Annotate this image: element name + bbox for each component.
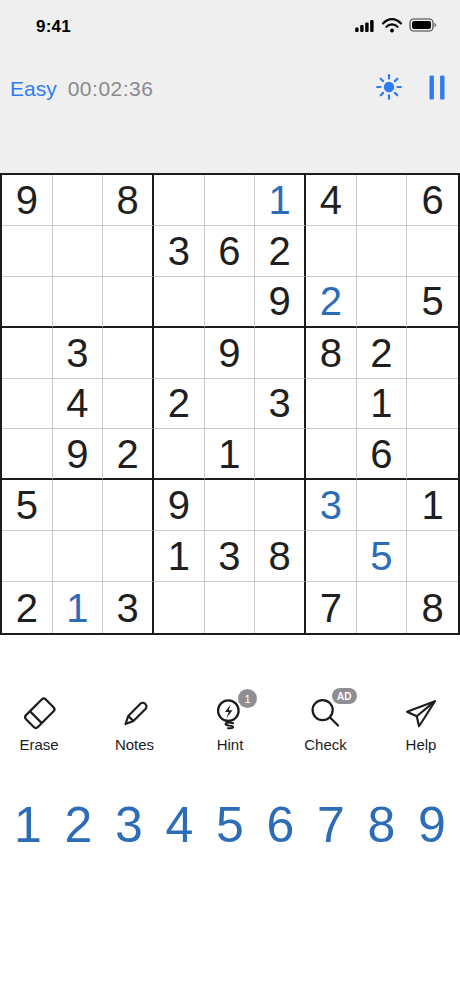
pencil-icon [115, 694, 155, 734]
sudoku-cell-r6c5[interactable]: 1 [205, 429, 256, 480]
sudoku-cell-r9c7[interactable]: 7 [306, 582, 357, 633]
check-ad-badge: AD [332, 688, 356, 704]
sudoku-cell-r3c8[interactable] [357, 277, 408, 328]
sudoku-cell-r3c4[interactable] [154, 277, 205, 328]
brightness-button[interactable] [375, 73, 403, 105]
sudoku-cell-r4c5[interactable]: 9 [205, 328, 256, 379]
tool-label: Check [304, 736, 347, 753]
sudoku-cell-r9c1[interactable]: 2 [2, 582, 53, 633]
sudoku-cell-r3c5[interactable] [205, 277, 256, 328]
sudoku-cell-r7c8[interactable] [357, 480, 408, 531]
sudoku-cell-r1c4[interactable] [154, 175, 205, 226]
sudoku-cell-r2c7[interactable] [306, 226, 357, 277]
sudoku-cell-r4c7[interactable]: 8 [306, 328, 357, 379]
numpad-1[interactable]: 1 [8, 795, 48, 855]
sudoku-cell-r3c1[interactable] [2, 277, 53, 328]
sudoku-cell-r9c9[interactable]: 8 [407, 582, 458, 633]
battery-icon [409, 18, 437, 36]
sudoku-cell-r7c3[interactable] [103, 480, 154, 531]
sudoku-board: 981463629253982423192165931138521378 [0, 173, 460, 635]
erase-button[interactable]: Erase [8, 694, 70, 753]
sudoku-cell-r4c6[interactable] [255, 328, 306, 379]
sudoku-cell-r2c5[interactable]: 6 [205, 226, 256, 277]
check-button[interactable]: AD Check [295, 694, 357, 753]
sudoku-cell-r1c7[interactable]: 4 [306, 175, 357, 226]
hint-button[interactable]: 1 Hint [199, 694, 261, 753]
sudoku-cell-r4c1[interactable] [2, 328, 53, 379]
help-button[interactable]: Help [390, 694, 452, 753]
sudoku-cell-r6c6[interactable] [255, 429, 306, 480]
sudoku-cell-r6c7[interactable] [306, 429, 357, 480]
sudoku-cell-r5c4[interactable]: 2 [154, 379, 205, 430]
sudoku-cell-r5c6[interactable]: 3 [255, 379, 306, 430]
sudoku-cell-r3c9[interactable]: 5 [407, 277, 458, 328]
sudoku-cell-r2c2[interactable] [53, 226, 104, 277]
sudoku-cell-r9c6[interactable] [255, 582, 306, 633]
sudoku-cell-r8c7[interactable] [306, 531, 357, 582]
tool-label: Hint [217, 736, 244, 753]
sudoku-cell-r5c2[interactable]: 4 [53, 379, 104, 430]
sudoku-app-screen: 9:41 [0, 0, 460, 996]
sudoku-cell-r6c9[interactable] [407, 429, 458, 480]
numpad-9[interactable]: 9 [412, 795, 452, 855]
sudoku-cell-r4c9[interactable] [407, 328, 458, 379]
sudoku-cell-r3c7[interactable]: 2 [306, 277, 357, 328]
sudoku-cell-r6c2[interactable]: 9 [53, 429, 104, 480]
sudoku-cell-r1c8[interactable] [357, 175, 408, 226]
numpad-7[interactable]: 7 [311, 795, 351, 855]
sudoku-cell-r1c9[interactable]: 6 [407, 175, 458, 226]
sudoku-cell-r6c8[interactable]: 6 [357, 429, 408, 480]
tool-label: Notes [115, 736, 154, 753]
sudoku-cell-r2c9[interactable] [407, 226, 458, 277]
sudoku-cell-r7c2[interactable] [53, 480, 104, 531]
status-bar: 9:41 [0, 0, 460, 44]
sudoku-cell-r8c8[interactable]: 5 [357, 531, 408, 582]
pause-button[interactable] [428, 74, 446, 105]
numpad-4[interactable]: 4 [160, 795, 200, 855]
sudoku-cell-r1c6[interactable]: 1 [255, 175, 306, 226]
sudoku-cell-r2c8[interactable] [357, 226, 408, 277]
numpad-2[interactable]: 2 [59, 795, 99, 855]
sudoku-cell-r2c3[interactable] [103, 226, 154, 277]
magnifier-icon: AD [306, 694, 346, 734]
numpad-5[interactable]: 5 [210, 795, 250, 855]
timer: 00:02:36 [68, 77, 154, 101]
cellular-signal-icon [355, 18, 375, 36]
sudoku-cell-r3c2[interactable] [53, 277, 104, 328]
sudoku-cell-r5c9[interactable] [407, 379, 458, 430]
sudoku-cell-r7c7[interactable]: 3 [306, 480, 357, 531]
notes-button[interactable]: Notes [104, 694, 166, 753]
sudoku-cell-r7c5[interactable] [205, 480, 256, 531]
sudoku-cell-r8c2[interactable] [53, 531, 104, 582]
sudoku-cell-r7c1[interactable]: 5 [2, 480, 53, 531]
tool-label: Erase [19, 736, 58, 753]
wifi-icon [381, 17, 403, 37]
sudoku-cell-r2c1[interactable] [2, 226, 53, 277]
eraser-icon [19, 694, 59, 734]
sudoku-cell-r8c6[interactable]: 8 [255, 531, 306, 582]
sudoku-cell-r3c3[interactable] [103, 277, 154, 328]
paper-plane-icon [401, 694, 441, 734]
sudoku-cell-r1c1[interactable]: 9 [2, 175, 53, 226]
sudoku-cell-r5c1[interactable] [2, 379, 53, 430]
sudoku-cell-r9c4[interactable] [154, 582, 205, 633]
pause-icon [428, 74, 446, 105]
sudoku-cell-r5c7[interactable] [306, 379, 357, 430]
numpad-8[interactable]: 8 [362, 795, 402, 855]
sudoku-cell-r9c2[interactable]: 1 [53, 582, 104, 633]
sudoku-cell-r8c1[interactable] [2, 531, 53, 582]
sudoku-cell-r8c5[interactable]: 3 [205, 531, 256, 582]
toolbar: Erase Notes 1 Hint [0, 694, 460, 753]
sudoku-cell-r4c2[interactable]: 3 [53, 328, 104, 379]
sudoku-cell-r1c2[interactable] [53, 175, 104, 226]
sudoku-cell-r1c5[interactable] [205, 175, 256, 226]
status-time: 9:41 [36, 17, 71, 37]
sudoku-cell-r4c4[interactable] [154, 328, 205, 379]
sudoku-cell-r5c5[interactable] [205, 379, 256, 430]
brightness-icon [375, 73, 403, 105]
sudoku-cell-r2c6[interactable]: 2 [255, 226, 306, 277]
numpad-6[interactable]: 6 [261, 795, 301, 855]
sudoku-cell-r8c9[interactable] [407, 531, 458, 582]
sudoku-cell-r4c8[interactable]: 2 [357, 328, 408, 379]
status-icons [355, 17, 437, 37]
sudoku-cell-r1c3[interactable]: 8 [103, 175, 154, 226]
sudoku-cell-r7c9[interactable]: 1 [407, 480, 458, 531]
hint-count-badge: 1 [238, 689, 257, 708]
sudoku-cell-r9c5[interactable] [205, 582, 256, 633]
number-pad: 123456789 [0, 795, 460, 855]
sudoku-cell-r6c3[interactable]: 2 [103, 429, 154, 480]
sudoku-cell-r5c3[interactable] [103, 379, 154, 430]
sudoku-cell-r8c4[interactable]: 1 [154, 531, 205, 582]
sudoku-cell-r7c4[interactable]: 9 [154, 480, 205, 531]
sudoku-cell-r3c6[interactable]: 9 [255, 277, 306, 328]
sudoku-cell-r9c8[interactable] [357, 582, 408, 633]
sudoku-cell-r8c3[interactable] [103, 531, 154, 582]
difficulty-label: Easy [10, 77, 57, 101]
sudoku-cell-r6c1[interactable] [2, 429, 53, 480]
tool-label: Help [406, 736, 437, 753]
top-area: 9:41 [0, 0, 460, 173]
sudoku-cell-r9c3[interactable]: 3 [103, 582, 154, 633]
lightbulb-icon: 1 [210, 694, 250, 734]
numpad-3[interactable]: 3 [109, 795, 149, 855]
sudoku-cell-r5c8[interactable]: 1 [357, 379, 408, 430]
sudoku-cell-r2c4[interactable]: 3 [154, 226, 205, 277]
sudoku-cell-r6c4[interactable] [154, 429, 205, 480]
game-header: Easy 00:02:36 [0, 73, 460, 105]
sudoku-cell-r4c3[interactable] [103, 328, 154, 379]
sudoku-cell-r7c6[interactable] [255, 480, 306, 531]
